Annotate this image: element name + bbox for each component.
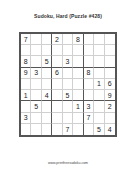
cell-r4c4: 6 <box>52 68 62 79</box>
cell-r4c7: 8 <box>84 68 94 79</box>
cell-r4c1: 9 <box>21 68 31 79</box>
cell-r8c7: 7 <box>84 113 94 124</box>
cell-r5c1[interactable] <box>21 79 31 90</box>
cell-r4c6[interactable] <box>73 68 83 79</box>
cell-r4c9[interactable] <box>105 68 115 79</box>
cell-r6c9: 9 <box>105 90 115 101</box>
cell-r5c8: 1 <box>94 79 104 90</box>
cell-r8c6[interactable] <box>73 113 83 124</box>
cell-r7c3[interactable] <box>42 101 52 112</box>
cell-r2c2[interactable] <box>31 45 41 56</box>
cell-r5c2[interactable] <box>31 79 41 90</box>
cell-r4c5[interactable] <box>63 68 73 79</box>
cell-r3c4[interactable] <box>52 56 62 67</box>
cell-r5c6[interactable] <box>73 79 83 90</box>
cell-r3c8[interactable] <box>94 56 104 67</box>
cell-r1c9[interactable] <box>105 34 115 45</box>
cell-r7c7: 3 <box>84 101 94 112</box>
cell-r6c8[interactable] <box>94 90 104 101</box>
cell-r6c2[interactable] <box>31 90 41 101</box>
cell-r1c6: 8 <box>73 34 83 45</box>
cell-r3c9[interactable] <box>105 56 115 67</box>
cell-r3c5: 3 <box>63 56 73 67</box>
cell-r1c2[interactable] <box>31 34 41 45</box>
cell-r7c1[interactable] <box>21 101 31 112</box>
cell-r8c5[interactable] <box>63 113 73 124</box>
cell-r2c8[interactable] <box>94 45 104 56</box>
cell-r2c1[interactable] <box>21 45 31 56</box>
cell-r6c6[interactable] <box>73 90 83 101</box>
cell-r8c8[interactable] <box>94 113 104 124</box>
cell-r7c4[interactable] <box>52 101 62 112</box>
cell-r1c3[interactable] <box>42 34 52 45</box>
page-title: Sudoku, Hard (Puzzle #428) <box>0 13 136 19</box>
cell-r4c3[interactable] <box>42 68 52 79</box>
cell-r8c9[interactable] <box>105 113 115 124</box>
cell-r8c2[interactable] <box>31 113 41 124</box>
cell-r9c8: 5 <box>94 124 104 135</box>
cell-r4c8[interactable] <box>94 68 104 79</box>
cell-r1c8[interactable] <box>94 34 104 45</box>
footer-url: www.printfreesudoku.com <box>0 161 136 165</box>
sudoku-grid: 7288539368161459513237754 <box>19 32 117 137</box>
printable-sudoku-page: Sudoku, Hard (Puzzle #428) 7288539368161… <box>0 0 136 176</box>
cell-r9c4[interactable] <box>52 124 62 135</box>
cell-r7c5[interactable] <box>63 101 73 112</box>
cell-r8c3[interactable] <box>42 113 52 124</box>
cell-r6c3: 4 <box>42 90 52 101</box>
cell-r1c4: 2 <box>52 34 62 45</box>
cell-r2c4[interactable] <box>52 45 62 56</box>
cell-r3c1: 8 <box>21 56 31 67</box>
cell-r7c6: 1 <box>73 101 83 112</box>
cell-r6c1: 1 <box>21 90 31 101</box>
cell-r8c4[interactable] <box>52 113 62 124</box>
cell-r9c7[interactable] <box>84 124 94 135</box>
cell-r2c5[interactable] <box>63 45 73 56</box>
cell-r2c6[interactable] <box>73 45 83 56</box>
cell-r2c3[interactable] <box>42 45 52 56</box>
cell-r9c1[interactable] <box>21 124 31 135</box>
cell-r3c2[interactable] <box>31 56 41 67</box>
cell-r3c7[interactable] <box>84 56 94 67</box>
cell-r2c7[interactable] <box>84 45 94 56</box>
cell-r5c5[interactable] <box>63 79 73 90</box>
cell-r5c3[interactable] <box>42 79 52 90</box>
cell-r7c9: 2 <box>105 101 115 112</box>
cell-r5c4[interactable] <box>52 79 62 90</box>
cell-r1c5[interactable] <box>63 34 73 45</box>
cell-r8c1: 3 <box>21 113 31 124</box>
cell-r5c7[interactable] <box>84 79 94 90</box>
cell-r4c2: 3 <box>31 68 41 79</box>
cell-r9c5: 7 <box>63 124 73 135</box>
cell-r6c4[interactable] <box>52 90 62 101</box>
cell-r7c8[interactable] <box>94 101 104 112</box>
cell-r3c3: 5 <box>42 56 52 67</box>
cell-r9c2[interactable] <box>31 124 41 135</box>
cell-r1c1: 7 <box>21 34 31 45</box>
cell-r6c7[interactable] <box>84 90 94 101</box>
cell-r5c9: 6 <box>105 79 115 90</box>
cell-r9c6[interactable] <box>73 124 83 135</box>
cell-r2c9[interactable] <box>105 45 115 56</box>
cell-r6c5: 5 <box>63 90 73 101</box>
cell-r9c3[interactable] <box>42 124 52 135</box>
cell-r7c2: 5 <box>31 101 41 112</box>
cell-r3c6[interactable] <box>73 56 83 67</box>
cell-r1c7[interactable] <box>84 34 94 45</box>
cell-r9c9: 4 <box>105 124 115 135</box>
